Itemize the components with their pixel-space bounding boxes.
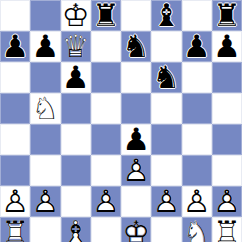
piece-white-pawn: ♟♙ xyxy=(92,186,120,217)
square-h7[interactable]: ♟ xyxy=(212,31,242,62)
piece-black-knight: ♞ xyxy=(152,62,180,93)
square-g4[interactable] xyxy=(182,124,212,155)
square-e8[interactable] xyxy=(121,0,151,31)
piece-black-rook: ♜ xyxy=(213,0,241,31)
square-h1[interactable]: ♜♖ xyxy=(212,217,242,242)
square-b8[interactable] xyxy=(30,0,60,31)
piece-black-pawn: ♟ xyxy=(122,124,150,155)
piece-white-king: ♚♔ xyxy=(62,0,90,31)
piece-black-rook: ♜ xyxy=(92,0,120,31)
piece-white-queen: ♛♕ xyxy=(62,31,90,62)
piece-black-pawn: ♟ xyxy=(213,31,241,62)
square-a7[interactable]: ♟ xyxy=(0,31,30,62)
square-c2[interactable] xyxy=(61,186,91,217)
square-d3[interactable] xyxy=(91,155,121,186)
piece-black-pawn: ♟ xyxy=(1,31,29,62)
piece-white-knight: ♞♘ xyxy=(31,93,59,124)
square-h5[interactable] xyxy=(212,93,242,124)
square-g5[interactable] xyxy=(182,93,212,124)
square-f7[interactable] xyxy=(151,31,181,62)
square-d8[interactable]: ♜ xyxy=(91,0,121,31)
square-g3[interactable] xyxy=(182,155,212,186)
square-a5[interactable] xyxy=(0,93,30,124)
square-h4[interactable] xyxy=(212,124,242,155)
square-g2[interactable]: ♟♙ xyxy=(182,186,212,217)
piece-white-pawn: ♟♙ xyxy=(183,186,211,217)
square-g1[interactable]: ♞♘ xyxy=(182,217,212,242)
square-f2[interactable]: ♟♙ xyxy=(151,186,181,217)
square-e5[interactable] xyxy=(121,93,151,124)
piece-white-king: ♚♔ xyxy=(122,217,150,242)
square-c5[interactable] xyxy=(61,93,91,124)
square-f8[interactable]: ♝ xyxy=(151,0,181,31)
square-a6[interactable] xyxy=(0,62,30,93)
square-f4[interactable] xyxy=(151,124,181,155)
piece-white-rook: ♜♖ xyxy=(213,217,241,242)
square-f5[interactable] xyxy=(151,93,181,124)
square-d6[interactable] xyxy=(91,62,121,93)
square-g6[interactable] xyxy=(182,62,212,93)
square-c7[interactable]: ♛♕ xyxy=(61,31,91,62)
square-h3[interactable] xyxy=(212,155,242,186)
square-b3[interactable] xyxy=(30,155,60,186)
square-c1[interactable]: ♝♗ xyxy=(61,217,91,242)
square-e7[interactable]: ♞ xyxy=(121,31,151,62)
piece-white-rook: ♜♖ xyxy=(1,217,29,242)
square-b1[interactable] xyxy=(30,217,60,242)
square-e3[interactable]: ♟♙ xyxy=(121,155,151,186)
square-b4[interactable] xyxy=(30,124,60,155)
piece-black-pawn: ♟ xyxy=(183,31,211,62)
square-f3[interactable] xyxy=(151,155,181,186)
square-a3[interactable] xyxy=(0,155,30,186)
square-h2[interactable]: ♟♙ xyxy=(212,186,242,217)
piece-white-knight: ♞♘ xyxy=(183,217,211,242)
piece-white-bishop: ♝♗ xyxy=(62,217,90,242)
square-d7[interactable] xyxy=(91,31,121,62)
square-b5[interactable]: ♞♘ xyxy=(30,93,60,124)
square-f1[interactable] xyxy=(151,217,181,242)
square-a2[interactable]: ♟♙ xyxy=(0,186,30,217)
square-g8[interactable] xyxy=(182,0,212,31)
square-c3[interactable] xyxy=(61,155,91,186)
piece-white-pawn: ♟♙ xyxy=(31,186,59,217)
square-d1[interactable] xyxy=(91,217,121,242)
piece-black-knight: ♞ xyxy=(122,31,150,62)
chess-board: ♚♔♜♝♜♟♟♛♕♞♟♟♟♞♞♘♟♟♙♟♙♟♙♟♙♟♙♟♙♟♙♜♖♝♗♚♔♞♘♜… xyxy=(0,0,242,242)
square-e4[interactable]: ♟ xyxy=(121,124,151,155)
square-d2[interactable]: ♟♙ xyxy=(91,186,121,217)
square-d5[interactable] xyxy=(91,93,121,124)
square-a1[interactable]: ♜♖ xyxy=(0,217,30,242)
square-d4[interactable] xyxy=(91,124,121,155)
piece-white-pawn: ♟♙ xyxy=(122,155,150,186)
square-c8[interactable]: ♚♔ xyxy=(61,0,91,31)
square-f6[interactable]: ♞ xyxy=(151,62,181,93)
square-e1[interactable]: ♚♔ xyxy=(121,217,151,242)
square-h8[interactable]: ♜ xyxy=(212,0,242,31)
square-c6[interactable]: ♟ xyxy=(61,62,91,93)
piece-black-bishop: ♝ xyxy=(152,0,180,31)
square-b2[interactable]: ♟♙ xyxy=(30,186,60,217)
square-a4[interactable] xyxy=(0,124,30,155)
square-a8[interactable] xyxy=(0,0,30,31)
square-e2[interactable] xyxy=(121,186,151,217)
square-h6[interactable] xyxy=(212,62,242,93)
piece-black-pawn: ♟ xyxy=(31,31,59,62)
square-g7[interactable]: ♟ xyxy=(182,31,212,62)
square-b6[interactable] xyxy=(30,62,60,93)
piece-white-pawn: ♟♙ xyxy=(1,186,29,217)
piece-white-pawn: ♟♙ xyxy=(152,186,180,217)
square-e6[interactable] xyxy=(121,62,151,93)
square-b7[interactable]: ♟ xyxy=(30,31,60,62)
square-c4[interactable] xyxy=(61,124,91,155)
piece-white-pawn: ♟♙ xyxy=(213,186,241,217)
piece-black-pawn: ♟ xyxy=(62,62,90,93)
